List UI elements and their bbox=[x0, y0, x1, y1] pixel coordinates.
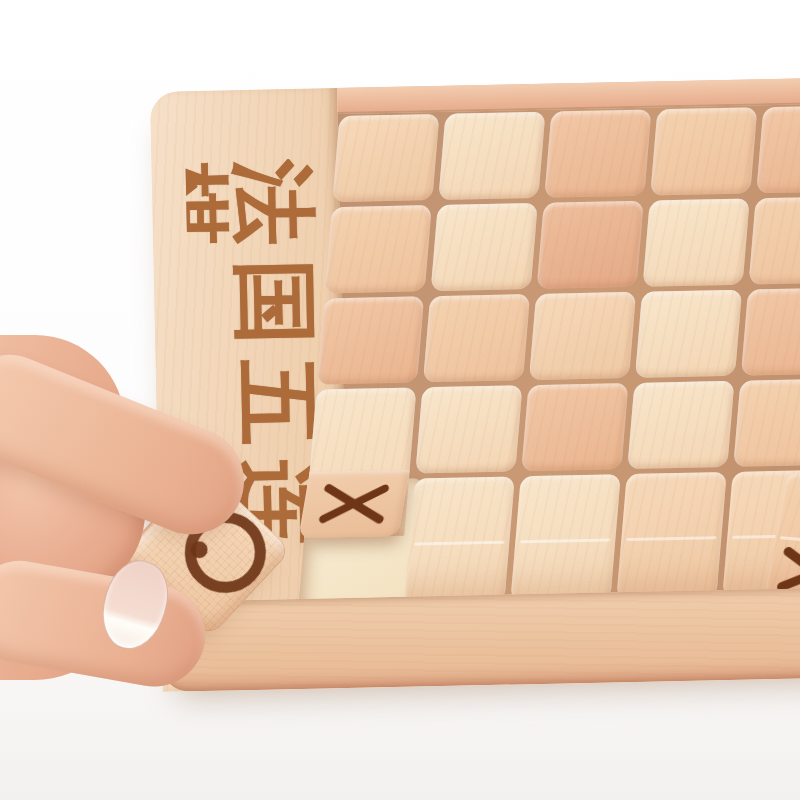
block-blank[interactable] bbox=[749, 196, 800, 284]
x-engraving bbox=[309, 478, 400, 530]
tray-bottom-border bbox=[161, 587, 800, 692]
block-grid bbox=[298, 103, 800, 606]
x-block-front-face bbox=[298, 470, 409, 538]
block-blank[interactable] bbox=[635, 290, 742, 378]
block-blank[interactable] bbox=[325, 205, 432, 293]
block-blank[interactable] bbox=[510, 474, 620, 601]
board-field bbox=[338, 103, 800, 598]
block-blank[interactable] bbox=[741, 287, 800, 375]
block-blank[interactable] bbox=[650, 107, 757, 195]
board-tray: 法国五连棋 bbox=[150, 77, 800, 692]
block-blank[interactable] bbox=[404, 476, 514, 603]
block-x[interactable] bbox=[304, 387, 416, 537]
block-blank[interactable] bbox=[431, 203, 538, 291]
block-blank[interactable] bbox=[756, 105, 800, 193]
block-blank[interactable] bbox=[616, 472, 726, 599]
photo-stage: 法国五连棋 bbox=[0, 0, 800, 800]
block-blank[interactable] bbox=[529, 292, 636, 380]
block-blank[interactable] bbox=[332, 114, 439, 202]
hand-palm bbox=[0, 335, 125, 680]
block-blank[interactable] bbox=[423, 294, 530, 382]
block-blank[interactable] bbox=[537, 201, 644, 289]
block-blank[interactable] bbox=[521, 383, 628, 471]
block-blank[interactable] bbox=[643, 198, 750, 286]
block-blank[interactable] bbox=[415, 385, 522, 473]
block-blank[interactable] bbox=[317, 296, 424, 384]
block-blank[interactable] bbox=[438, 112, 545, 200]
block-blank[interactable] bbox=[733, 379, 800, 467]
block-blank[interactable] bbox=[544, 110, 651, 198]
middle-finger-knuckle bbox=[0, 425, 145, 600]
block-blank[interactable] bbox=[627, 381, 734, 469]
